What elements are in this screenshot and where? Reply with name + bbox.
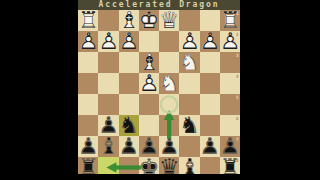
- piece-outline: ♙: [179, 30, 199, 51]
- piece-outline: ♙: [200, 30, 220, 51]
- piece-outline: ♙: [78, 30, 98, 51]
- square-d5[interactable]: [159, 94, 179, 115]
- piece-outline: ♙: [139, 135, 159, 156]
- piece-black-bishop[interactable]: ♝♗: [179, 157, 199, 174]
- piece-black-rook[interactable]: ♜♖: [78, 157, 98, 174]
- square-c6[interactable]: ♞♘: [179, 115, 199, 136]
- square-h5[interactable]: [78, 94, 98, 115]
- piece-white-pawn[interactable]: ♟♙: [139, 73, 159, 94]
- piece-black-pawn[interactable]: ♟♙: [119, 136, 139, 157]
- square-f8[interactable]: [119, 157, 139, 174]
- piece-outline: ♙: [98, 114, 118, 135]
- piece-white-pawn[interactable]: ♟♙: [200, 31, 220, 52]
- piece-white-pawn[interactable]: ♟♙: [98, 31, 118, 52]
- square-g4[interactable]: [98, 73, 118, 94]
- square-e1[interactable]: ♚♔: [139, 10, 159, 31]
- rank-label-4: 4: [236, 74, 239, 78]
- piece-outline: ♙: [139, 72, 159, 93]
- piece-white-king[interactable]: ♚♔: [139, 10, 159, 31]
- piece-outline: ♕: [159, 10, 179, 30]
- piece-black-king[interactable]: ♚♔: [139, 157, 159, 174]
- piece-outline: ♙: [119, 135, 139, 156]
- board-panel: Accelerated Dragon ♜♖♝♗♚♔♛♕♜♖♟♙♟♙♟♙♟♙♟♙♟…: [78, 0, 240, 174]
- square-b8[interactable]: [200, 157, 220, 174]
- rank-label-8: 8: [236, 158, 239, 162]
- rank-label-2: 2: [236, 32, 239, 36]
- piece-outline: ♘: [179, 114, 199, 135]
- piece-outline: ♔: [139, 156, 159, 174]
- square-c8[interactable]: ♝♗: [179, 157, 199, 174]
- piece-outline: ♙: [98, 30, 118, 51]
- square-d2[interactable]: [159, 31, 179, 52]
- piece-outline: ♘: [119, 114, 139, 135]
- rank-label-6: 6: [236, 116, 239, 120]
- board-grid: ♜♖♝♗♚♔♛♕♜♖♟♙♟♙♟♙♟♙♟♙♟♙♝♗♞♘♟♙♞♘♟♙♞♘♞♘♟♙♝♗…: [78, 10, 240, 174]
- title-bar: Accelerated Dragon: [78, 0, 240, 10]
- piece-white-knight[interactable]: ♞♘: [159, 73, 179, 94]
- piece-outline: ♗: [98, 135, 118, 156]
- chess-board[interactable]: ♜♖♝♗♚♔♛♕♜♖♟♙♟♙♟♙♟♙♟♙♟♙♝♗♞♘♟♙♞♘♟♙♞♘♞♘♟♙♝♗…: [78, 10, 240, 174]
- piece-outline: ♙: [119, 30, 139, 51]
- square-e4[interactable]: ♟♙: [139, 73, 159, 94]
- opening-title: Accelerated Dragon: [99, 0, 220, 9]
- square-g3[interactable]: [98, 52, 118, 73]
- piece-outline: ♙: [200, 135, 220, 156]
- piece-white-pawn[interactable]: ♟♙: [119, 31, 139, 52]
- piece-white-queen[interactable]: ♛♕: [159, 10, 179, 31]
- square-d4[interactable]: ♞♘: [159, 73, 179, 94]
- square-f2[interactable]: ♟♙: [119, 31, 139, 52]
- piece-outline: ♗: [139, 51, 159, 72]
- video-frame: Accelerated Dragon ♜♖♝♗♚♔♛♕♜♖♟♙♟♙♟♙♟♙♟♙♟…: [0, 0, 320, 180]
- rank-label-1: 1: [236, 11, 239, 15]
- piece-black-pawn[interactable]: ♟♙: [200, 136, 220, 157]
- square-c3[interactable]: ♞♘: [179, 52, 199, 73]
- square-h4[interactable]: [78, 73, 98, 94]
- square-f4[interactable]: [119, 73, 139, 94]
- rank-label-7: 7: [236, 137, 239, 141]
- rank-label-5: 5: [236, 95, 239, 99]
- piece-outline: ♖: [78, 10, 98, 30]
- square-g8[interactable]: [98, 157, 118, 174]
- piece-white-pawn[interactable]: ♟♙: [78, 31, 98, 52]
- piece-outline: ♔: [139, 10, 159, 30]
- square-d8[interactable]: ♛♕: [159, 157, 179, 174]
- piece-outline: ♖: [78, 156, 98, 174]
- rank-label-3: 3: [236, 53, 239, 57]
- piece-outline: ♙: [159, 135, 179, 156]
- piece-white-knight[interactable]: ♞♘: [179, 52, 199, 73]
- piece-outline: ♗: [179, 156, 199, 174]
- square-b4[interactable]: [200, 73, 220, 94]
- piece-black-knight[interactable]: ♞♘: [179, 115, 199, 136]
- piece-black-queen[interactable]: ♛♕: [159, 157, 179, 174]
- square-c4[interactable]: [179, 73, 199, 94]
- piece-outline: ♘: [159, 72, 179, 93]
- square-e5[interactable]: [139, 94, 159, 115]
- square-e8[interactable]: ♚♔: [139, 157, 159, 174]
- square-g2[interactable]: ♟♙: [98, 31, 118, 52]
- square-h3[interactable]: [78, 52, 98, 73]
- square-f3[interactable]: [119, 52, 139, 73]
- square-b5[interactable]: [200, 94, 220, 115]
- square-b3[interactable]: [200, 52, 220, 73]
- piece-outline: ♙: [78, 135, 98, 156]
- square-h8[interactable]: ♜♖: [78, 157, 98, 174]
- square-g7[interactable]: ♝♗: [98, 136, 118, 157]
- square-d1[interactable]: ♛♕: [159, 10, 179, 31]
- piece-outline: ♘: [179, 51, 199, 72]
- piece-outline: ♗: [119, 10, 139, 30]
- square-f7[interactable]: ♟♙: [119, 136, 139, 157]
- square-b7[interactable]: ♟♙: [200, 136, 220, 157]
- piece-black-bishop[interactable]: ♝♗: [98, 136, 118, 157]
- square-b2[interactable]: ♟♙: [200, 31, 220, 52]
- piece-outline: ♕: [159, 156, 179, 174]
- square-h2[interactable]: ♟♙: [78, 31, 98, 52]
